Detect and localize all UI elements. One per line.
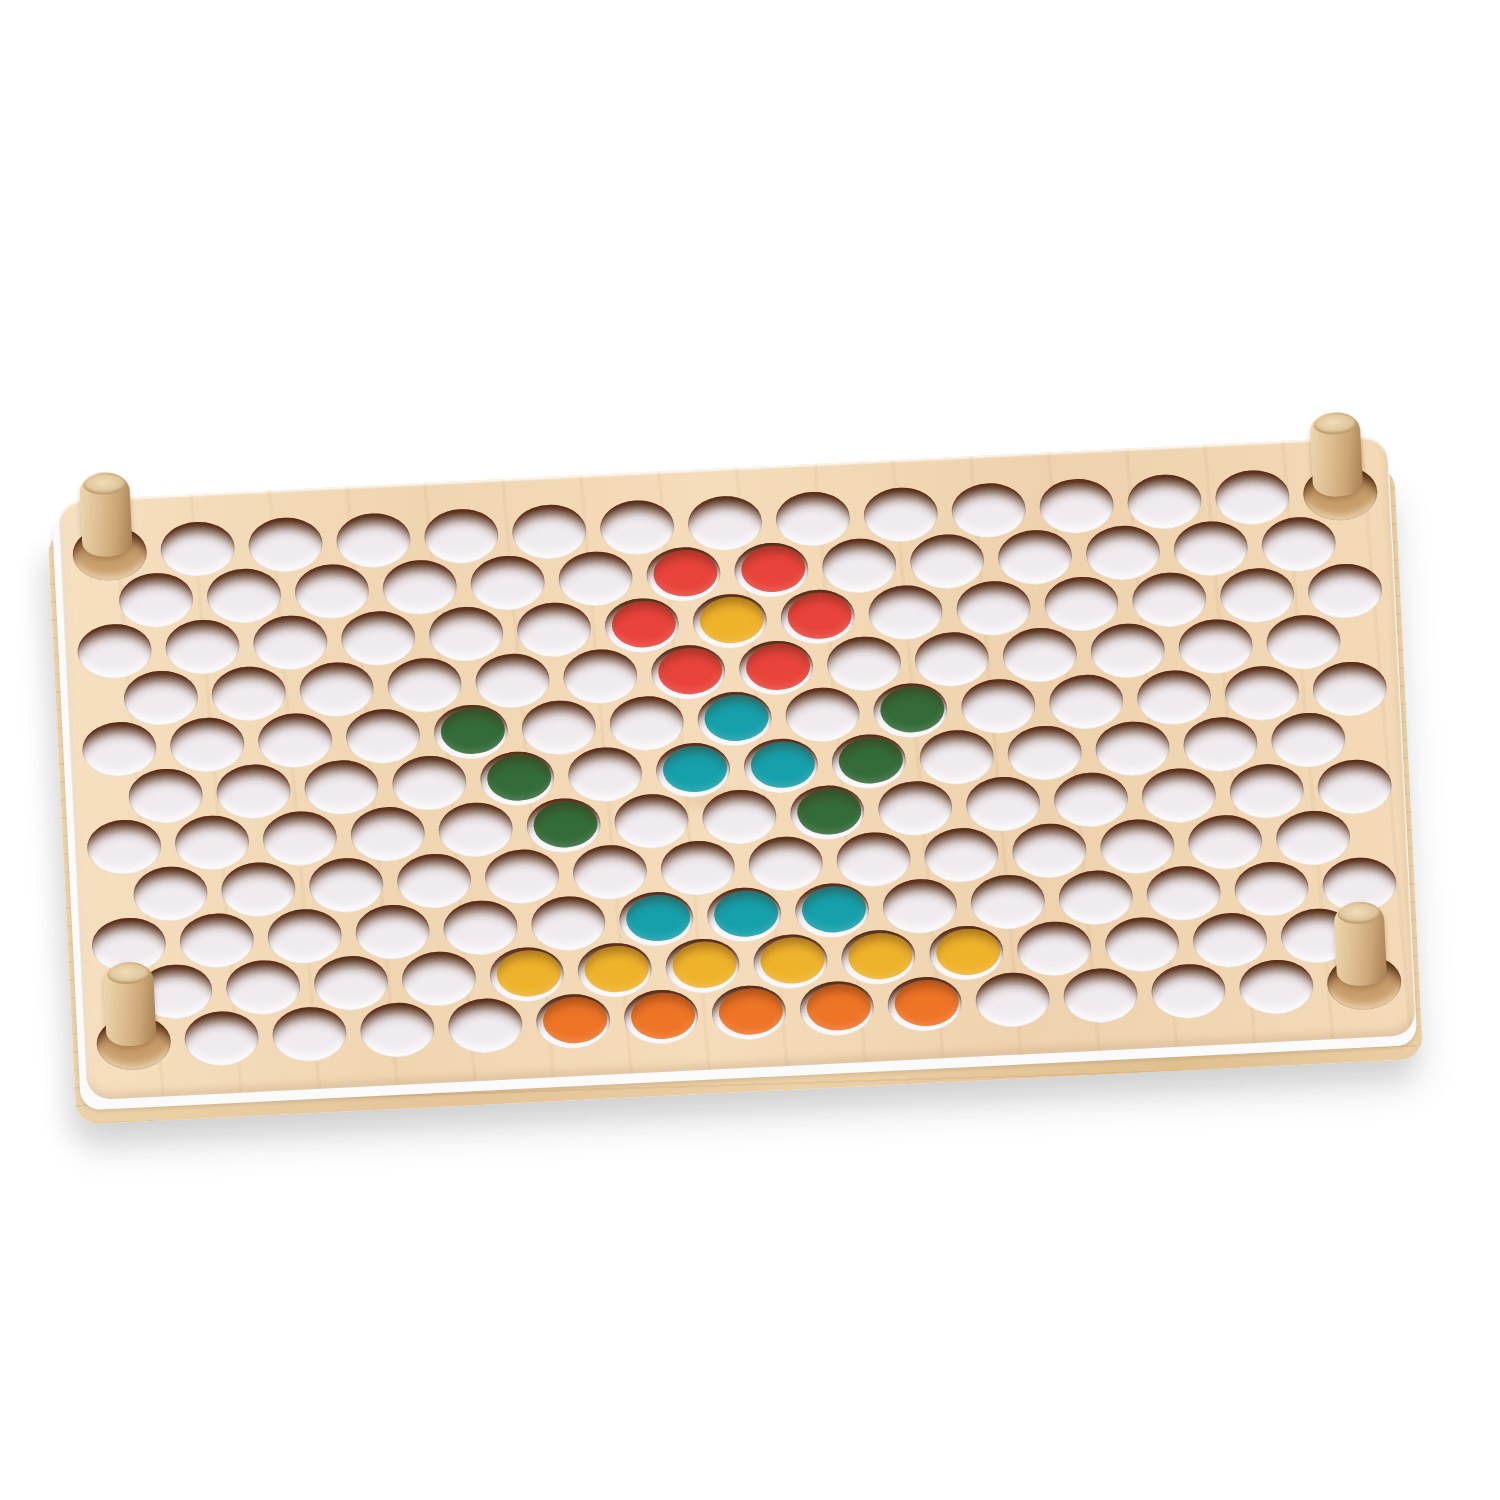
hole-r9c13[interactable] <box>1145 865 1222 923</box>
orange-bead-r11c7[interactable] <box>630 991 696 1040</box>
hole-r9c2[interactable] <box>179 912 256 970</box>
hole-r1c10[interactable] <box>863 486 940 544</box>
hole-r7c2[interactable] <box>174 814 251 872</box>
hole-r3c11[interactable] <box>955 580 1032 638</box>
hole-r5c9[interactable] <box>784 686 861 744</box>
red-bead-r2c7[interactable] <box>652 549 718 598</box>
yellow-bead-r10c6[interactable] <box>584 945 650 994</box>
hole-r3c6[interactable] <box>516 601 593 659</box>
hole-r10c3[interactable] <box>313 954 390 1012</box>
hole-r6c1[interactable] <box>127 767 204 825</box>
hole-r4c9[interactable] <box>826 635 903 693</box>
hole-r1c7[interactable] <box>599 499 676 557</box>
hole-r4c1[interactable] <box>123 669 200 727</box>
hole-r9c5[interactable] <box>442 899 519 957</box>
hole-r1c6[interactable] <box>511 503 588 561</box>
hole-r8c7[interactable] <box>660 839 737 897</box>
hole-r1c8[interactable] <box>687 495 764 553</box>
hole-r3c7[interactable] <box>604 597 681 655</box>
hole-r4c4[interactable] <box>386 656 463 714</box>
hole-r6c3[interactable] <box>303 759 380 817</box>
hole-r2c6[interactable] <box>557 550 634 608</box>
hole-r7c8[interactable] <box>701 788 778 846</box>
hole-r8c2[interactable] <box>220 861 297 919</box>
hole-r11c10[interactable] <box>886 975 963 1033</box>
hole-r4c6[interactable] <box>562 648 639 706</box>
hole-r4c13[interactable] <box>1177 618 1254 676</box>
hole-r1c12[interactable] <box>1038 477 1115 535</box>
hole-r6c2[interactable] <box>215 763 292 821</box>
hole-r3c12[interactable] <box>1043 575 1120 633</box>
hole-r2c14[interactable] <box>1260 516 1337 574</box>
hole-r2c4[interactable] <box>382 559 459 617</box>
wooden-peg-r11c1[interactable] <box>103 961 157 1047</box>
hole-r2c10[interactable] <box>909 533 986 591</box>
hole-r3c14[interactable] <box>1219 567 1296 625</box>
hole-r4c5[interactable] <box>474 652 551 710</box>
hole-r7c5[interactable] <box>437 801 514 859</box>
hole-r10c8[interactable] <box>752 933 829 991</box>
hole-r2c3[interactable] <box>294 563 371 621</box>
hole-r9c4[interactable] <box>354 903 431 961</box>
hole-r1c4[interactable] <box>335 512 412 570</box>
hole-r7c14[interactable] <box>1228 762 1305 820</box>
hole-r1c9[interactable] <box>775 490 852 548</box>
hole-r3c2[interactable] <box>164 618 241 676</box>
hole-r6c12[interactable] <box>1094 720 1171 778</box>
yellow-bead-r3c8[interactable] <box>699 596 765 645</box>
hole-r11c4[interactable] <box>359 1001 436 1059</box>
green-bead-r6c9[interactable] <box>838 736 904 785</box>
hole-r9c8[interactable] <box>706 886 783 944</box>
teal-bead-r6c8[interactable] <box>750 740 816 789</box>
hole-r3c8[interactable] <box>692 592 769 650</box>
hole-r11c14[interactable] <box>1238 958 1315 1016</box>
orange-bead-r11c10[interactable] <box>894 978 960 1027</box>
red-bead-r3c9[interactable] <box>787 591 853 640</box>
hole-r5c8[interactable] <box>696 690 773 748</box>
hole-r6c5[interactable] <box>479 750 556 808</box>
hole-r5c15[interactable] <box>1312 660 1389 718</box>
wooden-peg-r11c15[interactable] <box>1333 901 1387 987</box>
hole-r5c3[interactable] <box>257 712 334 770</box>
product-photo-canvas <box>0 0 1500 1500</box>
hole-r5c14[interactable] <box>1224 664 1301 722</box>
hole-r1c14[interactable] <box>1214 469 1291 527</box>
hole-r3c9[interactable] <box>779 588 856 646</box>
hole-r3c1[interactable] <box>76 622 153 680</box>
red-bead-r3c7[interactable] <box>611 600 677 649</box>
hole-r8c9[interactable] <box>835 831 912 889</box>
green-bead-r7c9[interactable] <box>796 787 862 836</box>
hole-r4c8[interactable] <box>738 639 815 697</box>
orange-bead-r11c8[interactable] <box>718 987 784 1036</box>
hole-r1c3[interactable] <box>247 516 324 574</box>
hole-r7c13[interactable] <box>1141 767 1218 825</box>
hole-r6c9[interactable] <box>831 733 908 791</box>
board-stack <box>58 436 1416 1100</box>
hole-r4c14[interactable] <box>1265 613 1342 671</box>
hole-r6c7[interactable] <box>655 741 732 799</box>
hole-r8c12[interactable] <box>1099 818 1176 876</box>
hole-r10c7[interactable] <box>664 937 741 995</box>
hole-r6c13[interactable] <box>1182 716 1259 774</box>
hole-r4c2[interactable] <box>211 665 288 723</box>
hole-r4c3[interactable] <box>298 661 375 719</box>
hole-r8c5[interactable] <box>484 848 561 906</box>
teal-bead-r9c9[interactable] <box>801 885 867 934</box>
hole-r9c7[interactable] <box>618 890 695 948</box>
hole-r8c10[interactable] <box>923 826 1000 884</box>
hole-r5c5[interactable] <box>433 703 510 761</box>
hole-r8c3[interactable] <box>308 856 385 914</box>
hole-r11c13[interactable] <box>1150 962 1227 1020</box>
hole-r10c6[interactable] <box>576 941 653 999</box>
hole-r11c9[interactable] <box>799 980 876 1038</box>
hole-r3c15[interactable] <box>1307 562 1384 620</box>
hole-r1c11[interactable] <box>950 482 1027 540</box>
peg-board <box>58 436 1416 1100</box>
hole-r8c14[interactable] <box>1275 809 1352 867</box>
hole-r8c1[interactable] <box>132 865 209 923</box>
hole-r11c11[interactable] <box>974 971 1051 1029</box>
hole-r5c1[interactable] <box>81 720 158 778</box>
hole-r8c4[interactable] <box>396 852 473 910</box>
teal-bead-r9c8[interactable] <box>713 889 779 938</box>
hole-r9c3[interactable] <box>266 908 343 966</box>
hole-r3c4[interactable] <box>340 610 417 668</box>
hole-r9c6[interactable] <box>530 895 607 953</box>
hole-r8c8[interactable] <box>747 835 824 893</box>
hole-r9c12[interactable] <box>1057 869 1134 927</box>
hole-r10c5[interactable] <box>489 946 566 1004</box>
hole-r4c10[interactable] <box>914 631 991 689</box>
hole-r4c11[interactable] <box>1002 626 1079 684</box>
hole-r7c7[interactable] <box>613 792 690 850</box>
red-bead-r2c8[interactable] <box>740 544 806 593</box>
wooden-peg-r1c15[interactable] <box>1309 411 1363 497</box>
green-bead-r7c6[interactable] <box>532 800 598 849</box>
hole-r1c13[interactable] <box>1126 473 1203 531</box>
teal-bead-r5c8[interactable] <box>703 693 769 742</box>
hole-r5c2[interactable] <box>169 716 246 774</box>
red-bead-r4c7[interactable] <box>657 647 723 696</box>
hole-r9c10[interactable] <box>882 877 959 935</box>
hole-r2c2[interactable] <box>206 567 283 625</box>
hole-r11c12[interactable] <box>1062 967 1139 1025</box>
orange-bead-r11c6[interactable] <box>542 996 608 1045</box>
hole-r5c13[interactable] <box>1136 669 1213 727</box>
green-bead-r5c5[interactable] <box>440 706 506 755</box>
hole-r2c13[interactable] <box>1173 520 1250 578</box>
yellow-bead-r10c7[interactable] <box>671 940 737 989</box>
hole-r10c12[interactable] <box>1104 916 1181 974</box>
hole-r6c14[interactable] <box>1270 711 1347 769</box>
hole-r11c7[interactable] <box>623 988 700 1046</box>
hole-r4c12[interactable] <box>1089 622 1166 680</box>
hole-r11c6[interactable] <box>535 993 612 1051</box>
hole-r10c11[interactable] <box>1016 920 1093 978</box>
yellow-bead-r10c5[interactable] <box>496 949 562 998</box>
hole-r9c11[interactable] <box>970 873 1047 931</box>
hole-r3c5[interactable] <box>428 605 505 663</box>
hole-r10c10[interactable] <box>928 924 1005 982</box>
hole-r6c4[interactable] <box>391 754 468 812</box>
hole-r9c9[interactable] <box>794 882 871 940</box>
hole-r10c13[interactable] <box>1192 911 1269 969</box>
yellow-bead-r10c8[interactable] <box>759 936 825 985</box>
teal-bead-r9c7[interactable] <box>625 893 691 942</box>
hole-r5c4[interactable] <box>345 707 422 765</box>
hole-r2c12[interactable] <box>1085 524 1162 582</box>
hole-r8c11[interactable] <box>1011 822 1088 880</box>
hole-r2c5[interactable] <box>469 554 546 612</box>
hole-r7c9[interactable] <box>789 784 866 842</box>
hole-r2c8[interactable] <box>733 541 810 599</box>
hole-r1c2[interactable] <box>159 520 236 578</box>
hole-r6c10[interactable] <box>918 728 995 786</box>
hole-r11c8[interactable] <box>711 984 788 1042</box>
hole-r7c15[interactable] <box>1316 758 1393 816</box>
hole-r6c11[interactable] <box>1006 724 1083 782</box>
hole-r10c2[interactable] <box>225 959 302 1017</box>
hole-r7c6[interactable] <box>525 797 602 855</box>
hole-r4c7[interactable] <box>650 643 727 701</box>
green-bead-r6c5[interactable] <box>486 753 552 802</box>
hole-r3c13[interactable] <box>1131 571 1208 629</box>
hole-r10c9[interactable] <box>840 929 917 987</box>
peg-hole-r11c15[interactable] <box>1326 954 1403 1012</box>
yellow-bead-r10c10[interactable] <box>935 927 1001 976</box>
hole-r11c5[interactable] <box>447 997 524 1055</box>
hole-r3c3[interactable] <box>252 614 329 672</box>
hole-r7c4[interactable] <box>350 805 427 863</box>
green-bead-r5c10[interactable] <box>879 685 945 734</box>
hole-r2c9[interactable] <box>821 537 898 595</box>
hole-r7c12[interactable] <box>1053 771 1130 829</box>
hole-r5c6[interactable] <box>521 699 598 757</box>
teal-bead-r6c7[interactable] <box>662 745 728 794</box>
hole-r8c13[interactable] <box>1187 813 1264 871</box>
hole-r1c5[interactable] <box>423 507 500 565</box>
red-bead-r4c8[interactable] <box>745 642 811 691</box>
hole-r5c7[interactable] <box>608 695 685 753</box>
hole-r2c7[interactable] <box>645 546 722 604</box>
hole-r2c1[interactable] <box>118 571 195 629</box>
hole-r2c11[interactable] <box>997 528 1074 586</box>
hole-r5c12[interactable] <box>1048 673 1125 731</box>
hole-r3c10[interactable] <box>867 584 944 642</box>
hole-r10c4[interactable] <box>401 950 478 1008</box>
hole-r7c1[interactable] <box>86 818 163 876</box>
hole-r7c11[interactable] <box>965 775 1042 833</box>
hole-r7c3[interactable] <box>262 810 339 868</box>
hole-r9c14[interactable] <box>1233 860 1310 918</box>
peg-hole-r11c1[interactable] <box>95 1014 172 1072</box>
peg-hole-r1c1[interactable] <box>71 525 148 583</box>
wooden-peg-r1c1[interactable] <box>79 471 133 557</box>
hole-r11c2[interactable] <box>183 1010 260 1068</box>
hole-r11c3[interactable] <box>271 1005 348 1063</box>
yellow-bead-r10c9[interactable] <box>847 932 913 981</box>
hole-r5c11[interactable] <box>960 677 1037 735</box>
hole-r6c8[interactable] <box>743 737 820 795</box>
peg-hole-r1c15[interactable] <box>1302 464 1379 522</box>
hole-r8c6[interactable] <box>572 844 649 902</box>
hole-r7c10[interactable] <box>877 780 954 838</box>
orange-bead-r11c9[interactable] <box>806 983 872 1032</box>
hole-r5c10[interactable] <box>872 682 949 740</box>
hole-r6c6[interactable] <box>567 746 644 804</box>
